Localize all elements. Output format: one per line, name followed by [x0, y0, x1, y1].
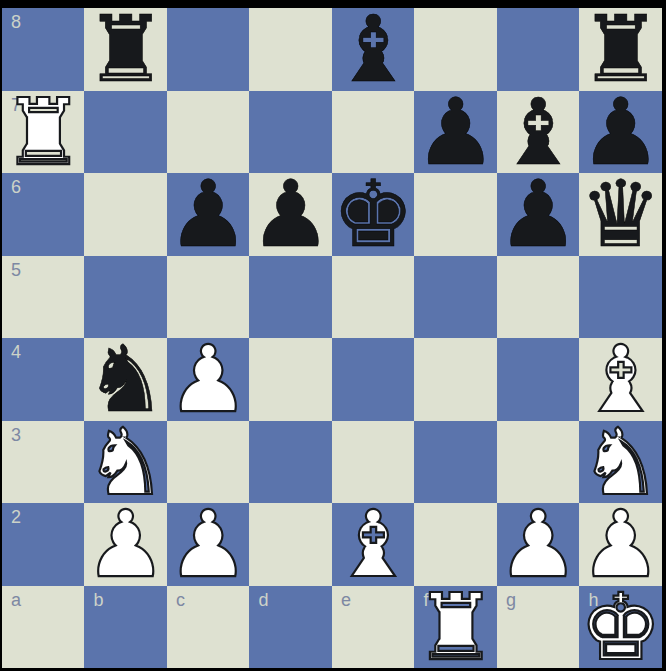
- square-a3[interactable]: 3: [2, 421, 84, 504]
- square-a6[interactable]: 6: [2, 173, 84, 256]
- piece-white-pawn-b2[interactable]: ♟: [84, 504, 166, 586]
- square-f6[interactable]: [414, 173, 496, 256]
- square-d6[interactable]: ♟: [249, 173, 331, 256]
- piece-black-pawn-c6[interactable]: ♟: [167, 174, 249, 256]
- piece-black-queen-h6[interactable]: ♛: [579, 174, 661, 256]
- piece-white-bishop-e2[interactable]: ♝: [332, 504, 414, 586]
- square-g2[interactable]: ♟: [497, 503, 579, 586]
- square-c4[interactable]: ♟: [167, 338, 249, 421]
- file-label-g: g: [506, 590, 516, 612]
- square-d3[interactable]: [249, 421, 331, 504]
- piece-white-king-h1[interactable]: ♚: [579, 587, 661, 669]
- piece-white-rook-f1[interactable]: ♜: [414, 587, 496, 669]
- square-d4[interactable]: [249, 338, 331, 421]
- square-c1[interactable]: c: [167, 586, 249, 669]
- piece-white-pawn-g2[interactable]: ♟: [497, 504, 579, 586]
- square-g5[interactable]: [497, 256, 579, 339]
- file-label-d: d: [258, 590, 268, 612]
- square-d5[interactable]: [249, 256, 331, 339]
- rank-label-5: 5: [11, 260, 21, 282]
- piece-black-king-e6[interactable]: ♚: [332, 174, 414, 256]
- square-f7[interactable]: ♟: [414, 91, 496, 174]
- square-b1[interactable]: b: [84, 586, 166, 669]
- square-f4[interactable]: [414, 338, 496, 421]
- square-a2[interactable]: 2: [2, 503, 84, 586]
- rank-label-6: 6: [11, 177, 21, 199]
- piece-white-pawn-c2[interactable]: ♟: [167, 504, 249, 586]
- square-a4[interactable]: 4: [2, 338, 84, 421]
- rank-label-3: 3: [11, 425, 21, 447]
- square-g6[interactable]: ♟: [497, 173, 579, 256]
- square-e6[interactable]: ♚: [332, 173, 414, 256]
- square-d1[interactable]: d: [249, 586, 331, 669]
- square-e4[interactable]: [332, 338, 414, 421]
- piece-black-pawn-d6[interactable]: ♟: [249, 174, 331, 256]
- square-b8[interactable]: ♜: [84, 8, 166, 91]
- square-b7[interactable]: [84, 91, 166, 174]
- square-f5[interactable]: [414, 256, 496, 339]
- square-h1[interactable]: h♚: [579, 586, 661, 669]
- file-label-e: e: [341, 590, 351, 612]
- square-h6[interactable]: ♛: [579, 173, 661, 256]
- square-a7[interactable]: 7♜: [2, 91, 84, 174]
- square-b6[interactable]: [84, 173, 166, 256]
- piece-black-pawn-g6[interactable]: ♟: [497, 174, 579, 256]
- square-d2[interactable]: [249, 503, 331, 586]
- chess-board: 8♜♝♜7♜♟♝♟6♟♟♚♟♛54♞♟♝3♞♞2♟♟♝♟♟abcdef♜gh♚: [2, 8, 660, 668]
- square-f1[interactable]: f♜: [414, 586, 496, 669]
- piece-black-bishop-e8[interactable]: ♝: [332, 9, 414, 91]
- square-b2[interactable]: ♟: [84, 503, 166, 586]
- file-label-b: b: [93, 590, 103, 612]
- square-c2[interactable]: ♟: [167, 503, 249, 586]
- piece-black-pawn-f7[interactable]: ♟: [414, 92, 496, 174]
- square-g4[interactable]: [497, 338, 579, 421]
- square-e1[interactable]: e: [332, 586, 414, 669]
- square-c8[interactable]: [167, 8, 249, 91]
- square-e5[interactable]: [332, 256, 414, 339]
- rank-label-4: 4: [11, 342, 21, 364]
- file-label-c: c: [176, 590, 185, 612]
- square-f3[interactable]: [414, 421, 496, 504]
- file-label-a: a: [11, 590, 21, 612]
- square-e8[interactable]: ♝: [332, 8, 414, 91]
- square-e2[interactable]: ♝: [332, 503, 414, 586]
- square-c6[interactable]: ♟: [167, 173, 249, 256]
- piece-white-rook-a7[interactable]: ♜: [2, 92, 84, 174]
- square-a5[interactable]: 5: [2, 256, 84, 339]
- piece-black-rook-b8[interactable]: ♜: [84, 9, 166, 91]
- square-d8[interactable]: [249, 8, 331, 91]
- rank-label-8: 8: [11, 12, 21, 34]
- piece-white-pawn-c4[interactable]: ♟: [167, 339, 249, 421]
- square-g1[interactable]: g: [497, 586, 579, 669]
- square-a1[interactable]: a: [2, 586, 84, 669]
- rank-label-2: 2: [11, 507, 21, 529]
